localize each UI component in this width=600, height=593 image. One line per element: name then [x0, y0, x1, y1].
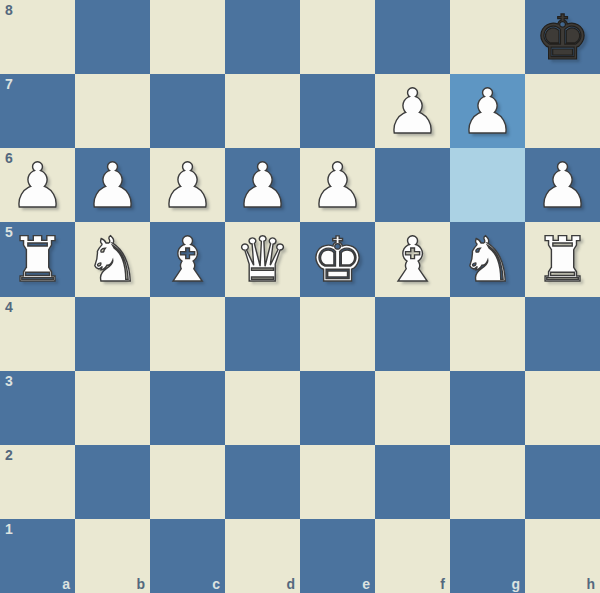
square-e1[interactable]: e — [300, 519, 375, 593]
square-d5[interactable]: ♛ — [225, 222, 300, 296]
file-label-c: c — [212, 576, 220, 592]
square-g7[interactable]: ♟ — [450, 74, 525, 148]
chess-board: 8♚7♟♟♟6♟♟♟♟♟♜5♞♝♛♚♝♞♜4321abcdefgh — [0, 0, 600, 593]
square-h5[interactable]: ♜ — [525, 222, 600, 296]
white-pawn: ♟ — [235, 155, 291, 217]
square-d4[interactable] — [225, 297, 300, 371]
square-g2[interactable] — [450, 445, 525, 519]
square-g8[interactable] — [450, 0, 525, 74]
square-a6[interactable]: ♟6 — [0, 148, 75, 222]
white-pawn: ♟ — [85, 155, 141, 217]
file-label-e: e — [362, 576, 370, 592]
white-pawn: ♟ — [160, 155, 216, 217]
square-e4[interactable] — [300, 297, 375, 371]
square-b4[interactable] — [75, 297, 150, 371]
white-rook: ♜ — [10, 229, 66, 291]
square-b5[interactable]: ♞ — [75, 222, 150, 296]
square-g3[interactable] — [450, 371, 525, 445]
square-a3[interactable]: 3 — [0, 371, 75, 445]
file-label-g: g — [511, 576, 520, 592]
rank-label-8: 8 — [5, 2, 13, 18]
white-pawn: ♟ — [460, 81, 516, 143]
square-c7[interactable] — [150, 74, 225, 148]
square-f2[interactable] — [375, 445, 450, 519]
white-queen: ♛ — [235, 229, 291, 291]
rank-label-1: 1 — [5, 521, 13, 537]
square-f8[interactable] — [375, 0, 450, 74]
square-h1[interactable]: h — [525, 519, 600, 593]
square-h4[interactable] — [525, 297, 600, 371]
white-rook: ♜ — [535, 229, 591, 291]
square-b6[interactable]: ♟ — [75, 148, 150, 222]
file-label-a: a — [62, 576, 70, 592]
square-c2[interactable] — [150, 445, 225, 519]
square-h6[interactable]: ♟ — [525, 148, 600, 222]
square-e3[interactable] — [300, 371, 375, 445]
square-b2[interactable] — [75, 445, 150, 519]
square-h8[interactable]: ♚ — [525, 0, 600, 74]
square-c5[interactable]: ♝ — [150, 222, 225, 296]
square-a1[interactable]: 1a — [0, 519, 75, 593]
white-king: ♚ — [310, 229, 366, 291]
square-b7[interactable] — [75, 74, 150, 148]
square-h7[interactable] — [525, 74, 600, 148]
square-d2[interactable] — [225, 445, 300, 519]
square-d6[interactable]: ♟ — [225, 148, 300, 222]
white-knight: ♞ — [85, 229, 141, 291]
square-f7[interactable]: ♟ — [375, 74, 450, 148]
black-king: ♚ — [535, 7, 591, 69]
white-pawn: ♟ — [385, 81, 441, 143]
square-a7[interactable]: 7 — [0, 74, 75, 148]
square-c3[interactable] — [150, 371, 225, 445]
square-d3[interactable] — [225, 371, 300, 445]
square-h3[interactable] — [525, 371, 600, 445]
white-bishop: ♝ — [160, 229, 216, 291]
square-f6[interactable] — [375, 148, 450, 222]
square-a5[interactable]: ♜5 — [0, 222, 75, 296]
square-g5[interactable]: ♞ — [450, 222, 525, 296]
square-d8[interactable] — [225, 0, 300, 74]
rank-label-6: 6 — [5, 150, 13, 166]
white-knight: ♞ — [460, 229, 516, 291]
white-pawn: ♟ — [535, 155, 591, 217]
square-g6[interactable] — [450, 148, 525, 222]
square-f4[interactable] — [375, 297, 450, 371]
square-g4[interactable] — [450, 297, 525, 371]
square-a4[interactable]: 4 — [0, 297, 75, 371]
square-f3[interactable] — [375, 371, 450, 445]
square-e8[interactable] — [300, 0, 375, 74]
square-c6[interactable]: ♟ — [150, 148, 225, 222]
file-label-h: h — [586, 576, 595, 592]
square-d1[interactable]: d — [225, 519, 300, 593]
square-e6[interactable]: ♟ — [300, 148, 375, 222]
rank-label-2: 2 — [5, 447, 13, 463]
square-d7[interactable] — [225, 74, 300, 148]
white-pawn: ♟ — [10, 155, 66, 217]
rank-label-4: 4 — [5, 299, 13, 315]
square-b8[interactable] — [75, 0, 150, 74]
chess-app: 8♚7♟♟♟6♟♟♟♟♟♜5♞♝♛♚♝♞♜4321abcdefgh — [0, 0, 600, 593]
square-b1[interactable]: b — [75, 519, 150, 593]
square-e5[interactable]: ♚ — [300, 222, 375, 296]
square-a8[interactable]: 8 — [0, 0, 75, 74]
rank-label-7: 7 — [5, 76, 13, 92]
white-bishop: ♝ — [385, 229, 441, 291]
rank-label-3: 3 — [5, 373, 13, 389]
square-c8[interactable] — [150, 0, 225, 74]
square-f5[interactable]: ♝ — [375, 222, 450, 296]
square-c4[interactable] — [150, 297, 225, 371]
white-pawn: ♟ — [310, 155, 366, 217]
file-label-d: d — [286, 576, 295, 592]
square-b3[interactable] — [75, 371, 150, 445]
square-a2[interactable]: 2 — [0, 445, 75, 519]
square-h2[interactable] — [525, 445, 600, 519]
file-label-b: b — [136, 576, 145, 592]
rank-label-5: 5 — [5, 224, 13, 240]
square-g1[interactable]: g — [450, 519, 525, 593]
file-label-f: f — [440, 576, 445, 592]
square-f1[interactable]: f — [375, 519, 450, 593]
square-e7[interactable] — [300, 74, 375, 148]
square-c1[interactable]: c — [150, 519, 225, 593]
square-e2[interactable] — [300, 445, 375, 519]
